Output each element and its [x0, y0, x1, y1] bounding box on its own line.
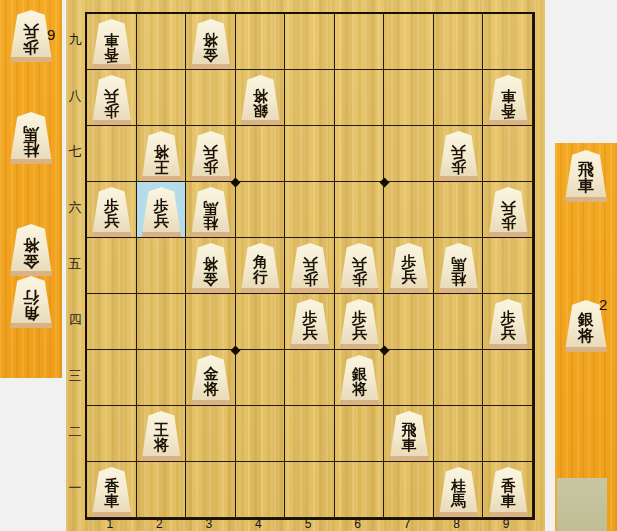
piece-kanji: 香車 — [501, 87, 516, 118]
piece-kanji: 歩兵 — [154, 199, 169, 230]
cell-8二[interactable] — [434, 406, 484, 462]
rank-label-六: 六 — [66, 180, 84, 236]
piece-kanji: 歩兵 — [352, 311, 367, 342]
cell-7一[interactable] — [384, 462, 434, 518]
cell-8四[interactable] — [434, 294, 484, 350]
cell-9九[interactable] — [483, 14, 533, 70]
shogi-app: 歩兵9桂馬金将角行 香車金将歩兵銀将香車王将歩兵歩兵歩兵歩兵桂馬歩兵金将角行歩兵… — [0, 0, 617, 531]
piece-kanji: 桂馬 — [23, 124, 39, 157]
piece-kanji: 歩兵 — [501, 311, 516, 342]
cell-1五[interactable] — [87, 238, 137, 294]
piece-kanji: 金将 — [203, 255, 218, 286]
rank-label-九: 九 — [66, 12, 84, 68]
cell-3四[interactable] — [186, 294, 236, 350]
captured-stand-right: 飛車銀将2 — [555, 143, 617, 531]
piece-kanji: 歩兵 — [352, 255, 367, 286]
piece-kanji: 王将 — [154, 143, 169, 174]
cell-3八[interactable] — [186, 70, 236, 126]
file-label-1: 1 — [85, 517, 135, 531]
piece-kanji: 香車 — [104, 479, 119, 510]
cell-2三[interactable] — [137, 350, 187, 406]
piece-kanji: 金将 — [23, 236, 39, 269]
captured-count-label: 2 — [599, 296, 607, 313]
piece-kanji: 銀将 — [253, 87, 268, 118]
cell-5七[interactable] — [285, 126, 335, 182]
piece-kanji: 角行 — [253, 255, 268, 286]
cell-5二[interactable] — [285, 406, 335, 462]
board-grid: 香車金将歩兵銀将香車王将歩兵歩兵歩兵歩兵桂馬歩兵金将角行歩兵歩兵歩兵桂馬歩兵歩兵… — [85, 12, 535, 520]
piece-bishop[interactable]: 角行 — [8, 276, 54, 328]
cell-5一[interactable] — [285, 462, 335, 518]
rank-label-七: 七 — [66, 124, 84, 180]
cell-5三[interactable] — [285, 350, 335, 406]
piece-kanji: 飛車 — [578, 162, 594, 195]
rank-label-八: 八 — [66, 68, 84, 124]
piece-kanji: 香車 — [104, 31, 119, 62]
cell-7九[interactable] — [384, 14, 434, 70]
rank-label-四: 四 — [66, 292, 84, 348]
file-label-9: 9 — [481, 517, 531, 531]
piece-kanji: 銀将 — [578, 312, 594, 345]
cell-9三[interactable] — [483, 350, 533, 406]
piece-gold[interactable]: 金将 — [8, 224, 54, 276]
cell-2一[interactable] — [137, 462, 187, 518]
cell-6一[interactable] — [335, 462, 385, 518]
piece-kanji: 王将 — [154, 423, 169, 454]
piece-kanji: 歩兵 — [104, 87, 119, 118]
cell-7三[interactable] — [384, 350, 434, 406]
piece-kanji: 歩兵 — [203, 143, 218, 174]
cell-5六[interactable] — [285, 182, 335, 238]
file-label-8: 8 — [432, 517, 482, 531]
cell-7四[interactable] — [384, 294, 434, 350]
cell-2四[interactable] — [137, 294, 187, 350]
piece-rook[interactable]: 飛車 — [563, 150, 609, 202]
piece-kanji: 桂馬 — [203, 199, 218, 230]
rank-label-二: 二 — [66, 404, 84, 460]
cell-4四[interactable] — [236, 294, 286, 350]
file-label-7: 7 — [382, 517, 432, 531]
cell-8三[interactable] — [434, 350, 484, 406]
shogi-board: 香車金将歩兵銀将香車王将歩兵歩兵歩兵歩兵桂馬歩兵金将角行歩兵歩兵歩兵桂馬歩兵歩兵… — [66, 0, 545, 531]
piece-kanji: 歩兵 — [303, 255, 318, 286]
cell-5九[interactable] — [285, 14, 335, 70]
captured-count-label: 9 — [47, 26, 55, 43]
cell-9七[interactable] — [483, 126, 533, 182]
cell-7六[interactable] — [384, 182, 434, 238]
cell-7七[interactable] — [384, 126, 434, 182]
cell-4九[interactable] — [236, 14, 286, 70]
rank-label-三: 三 — [66, 348, 84, 404]
cell-4七[interactable] — [236, 126, 286, 182]
cell-1七[interactable] — [87, 126, 137, 182]
piece-kanji: 桂馬 — [451, 479, 466, 510]
cell-6二[interactable] — [335, 406, 385, 462]
piece-kanji: 歩兵 — [303, 311, 318, 342]
cell-1三[interactable] — [87, 350, 137, 406]
piece-knight[interactable]: 桂馬 — [8, 112, 54, 164]
cell-8九[interactable] — [434, 14, 484, 70]
piece-kanji: 桂馬 — [451, 255, 466, 286]
cell-2九[interactable] — [137, 14, 187, 70]
cell-6七[interactable] — [335, 126, 385, 182]
cell-6八[interactable] — [335, 70, 385, 126]
cell-8六[interactable] — [434, 182, 484, 238]
cell-4一[interactable] — [236, 462, 286, 518]
cell-4六[interactable] — [236, 182, 286, 238]
piece-box[interactable] — [557, 478, 607, 531]
file-label-6: 6 — [333, 517, 383, 531]
cell-9五[interactable] — [483, 238, 533, 294]
cell-1四[interactable] — [87, 294, 137, 350]
piece-kanji: 歩兵 — [104, 199, 119, 230]
cell-4二[interactable] — [236, 406, 286, 462]
cell-7八[interactable] — [384, 70, 434, 126]
cell-8八[interactable] — [434, 70, 484, 126]
cell-1二[interactable] — [87, 406, 137, 462]
file-label-3: 3 — [184, 517, 234, 531]
rank-label-五: 五 — [66, 236, 84, 292]
cell-3一[interactable] — [186, 462, 236, 518]
file-label-5: 5 — [283, 517, 333, 531]
piece-kanji: 銀将 — [352, 367, 367, 398]
piece-kanji: 飛車 — [402, 423, 417, 454]
cell-4三[interactable] — [236, 350, 286, 406]
cell-6六[interactable] — [335, 182, 385, 238]
piece-kanji: 金将 — [203, 31, 218, 62]
piece-kanji: 歩兵 — [23, 22, 39, 55]
piece-kanji: 金将 — [203, 367, 218, 398]
piece-kanji: 歩兵 — [501, 199, 516, 230]
cell-3二[interactable] — [186, 406, 236, 462]
piece-kanji: 歩兵 — [402, 255, 417, 286]
cell-6九[interactable] — [335, 14, 385, 70]
captured-stand-left: 歩兵9桂馬金将角行 — [0, 0, 62, 378]
piece-kanji: 歩兵 — [451, 143, 466, 174]
cell-5八[interactable] — [285, 70, 335, 126]
file-label-2: 2 — [135, 517, 185, 531]
piece-kanji: 香車 — [501, 479, 516, 510]
piece-kanji: 角行 — [23, 288, 39, 321]
cell-9二[interactable] — [483, 406, 533, 462]
cell-2五[interactable] — [137, 238, 187, 294]
cell-2八[interactable] — [137, 70, 187, 126]
file-label-4: 4 — [234, 517, 284, 531]
rank-label-一: 一 — [66, 460, 84, 516]
